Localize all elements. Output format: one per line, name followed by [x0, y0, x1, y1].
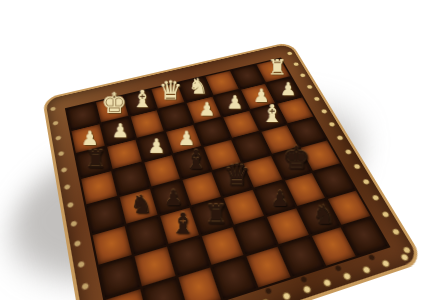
- square-b5[interactable]: ♞: [119, 189, 157, 224]
- piece-white-pawn[interactable]: ♟: [103, 121, 136, 140]
- square-c7[interactable]: [168, 236, 209, 275]
- piece-white-king[interactable]: ♚: [98, 89, 129, 118]
- piece-white-pawn[interactable]: ♟: [191, 100, 222, 119]
- square-h8[interactable]: [342, 218, 387, 255]
- piece-white-pawn[interactable]: ♟: [273, 80, 304, 98]
- piece-black-queen[interactable]: ♛: [219, 161, 254, 191]
- piece-white-bishop[interactable]: ♝: [127, 87, 158, 111]
- chess-photo-scene: ♚♝♛♞♜♟♟♟♟♟♟♜♟♟♝♝♞♟♛♚♝♜♟♞: [0, 0, 423, 300]
- piece-black-knight[interactable]: ♞: [123, 192, 159, 218]
- piece-white-rook[interactable]: ♜: [262, 57, 292, 78]
- chess-board: ♚♝♛♞♜♟♟♟♟♟♟♜♟♟♝♝♞♟♛♚♝♜♟♞: [42, 41, 423, 300]
- piece-black-rook[interactable]: ♜: [78, 148, 112, 172]
- square-a4[interactable]: [81, 171, 117, 204]
- piece-black-pawn[interactable]: ♟: [155, 187, 191, 208]
- leather-board-border: ♚♝♛♞♜♟♟♟♟♟♟♜♟♟♝♝♞♟♛♚♝♜♟♞: [42, 41, 423, 300]
- piece-black-king[interactable]: ♚: [279, 142, 313, 173]
- piece-black-rook[interactable]: ♜: [197, 202, 234, 228]
- piece-white-pawn[interactable]: ♟: [219, 93, 250, 111]
- piece-white-pawn[interactable]: ♟: [140, 137, 173, 157]
- piece-black-pawn[interactable]: ♟: [261, 188, 297, 209]
- square-d4[interactable]: ♝: [174, 148, 211, 179]
- piece-black-bishop[interactable]: ♝: [164, 209, 201, 237]
- piece-white-queen[interactable]: ♛: [155, 78, 186, 104]
- piece-white-bishop[interactable]: ♝: [256, 102, 288, 126]
- square-c4[interactable]: [143, 155, 179, 186]
- piece-black-knight[interactable]: ♞: [306, 202, 343, 228]
- piece-white-knight[interactable]: ♞: [183, 76, 213, 98]
- piece-black-bishop[interactable]: ♝: [178, 147, 212, 173]
